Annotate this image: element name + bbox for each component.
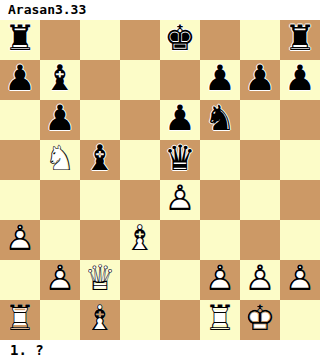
piece-black-king: ♚ bbox=[160, 20, 200, 60]
piece-white-king: ♚♔ bbox=[240, 300, 280, 340]
pawn-outline-glyph: ♙ bbox=[244, 258, 275, 298]
pawn-outline-glyph: ♙ bbox=[164, 178, 195, 218]
square-d6[interactable] bbox=[120, 100, 160, 140]
pawn-outline-glyph: ♙ bbox=[4, 218, 35, 258]
square-e8[interactable]: ♚ bbox=[160, 20, 200, 60]
square-f4[interactable] bbox=[200, 180, 240, 220]
piece-black-knight: ♞ bbox=[200, 100, 240, 140]
square-g6[interactable] bbox=[240, 100, 280, 140]
square-f5[interactable] bbox=[200, 140, 240, 180]
pawn-outline-glyph: ♙ bbox=[284, 258, 315, 298]
piece-black-bishop: ♝ bbox=[40, 60, 80, 100]
king-outline-glyph: ♔ bbox=[244, 298, 275, 338]
piece-black-pawn: ♟ bbox=[240, 60, 280, 100]
piece-white-bishop: ♝♗ bbox=[120, 220, 160, 260]
square-h5[interactable] bbox=[280, 140, 320, 180]
pawn-glyph: ♟ bbox=[284, 58, 315, 98]
rook-glyph: ♜ bbox=[284, 18, 315, 58]
chess-app-window: Arasan3.33 ♜♚♜♟♝♟♟♟♟♟♞♞♘♝♛♟♙♟♙♝♗♟♙♛♕♟♙♟♙… bbox=[0, 0, 320, 360]
square-c1[interactable]: ♝♗ bbox=[80, 300, 120, 340]
square-a4[interactable] bbox=[0, 180, 40, 220]
square-d4[interactable] bbox=[120, 180, 160, 220]
square-d2[interactable] bbox=[120, 260, 160, 300]
knight-outline-glyph: ♘ bbox=[44, 138, 75, 178]
piece-white-pawn: ♟♙ bbox=[40, 260, 80, 300]
piece-white-bishop: ♝♗ bbox=[80, 300, 120, 340]
pawn-outline-glyph: ♙ bbox=[204, 258, 235, 298]
rook-outline-glyph: ♖ bbox=[4, 298, 35, 338]
piece-black-queen: ♛ bbox=[160, 140, 200, 180]
square-c4[interactable] bbox=[80, 180, 120, 220]
square-e5[interactable]: ♛ bbox=[160, 140, 200, 180]
square-d1[interactable] bbox=[120, 300, 160, 340]
square-b1[interactable] bbox=[40, 300, 80, 340]
square-g5[interactable] bbox=[240, 140, 280, 180]
square-b6[interactable]: ♟ bbox=[40, 100, 80, 140]
bishop-glyph: ♝ bbox=[44, 58, 75, 98]
bishop-outline-glyph: ♗ bbox=[124, 218, 155, 258]
bishop-glyph: ♝ bbox=[84, 138, 115, 178]
piece-black-pawn: ♟ bbox=[160, 100, 200, 140]
pawn-glyph: ♟ bbox=[244, 58, 275, 98]
square-d5[interactable] bbox=[120, 140, 160, 180]
piece-white-pawn: ♟♙ bbox=[200, 260, 240, 300]
square-f8[interactable] bbox=[200, 20, 240, 60]
square-h3[interactable] bbox=[280, 220, 320, 260]
rook-outline-glyph: ♖ bbox=[204, 298, 235, 338]
pawn-glyph: ♟ bbox=[44, 98, 75, 138]
square-b8[interactable] bbox=[40, 20, 80, 60]
piece-black-pawn: ♟ bbox=[200, 60, 240, 100]
square-b5[interactable]: ♞♘ bbox=[40, 140, 80, 180]
square-h4[interactable] bbox=[280, 180, 320, 220]
piece-white-rook: ♜♖ bbox=[0, 300, 40, 340]
piece-white-knight: ♞♘ bbox=[40, 140, 80, 180]
square-c3[interactable] bbox=[80, 220, 120, 260]
bishop-outline-glyph: ♗ bbox=[84, 298, 115, 338]
square-a1[interactable]: ♜♖ bbox=[0, 300, 40, 340]
square-e3[interactable] bbox=[160, 220, 200, 260]
square-e1[interactable] bbox=[160, 300, 200, 340]
square-f2[interactable]: ♟♙ bbox=[200, 260, 240, 300]
piece-white-pawn: ♟♙ bbox=[0, 220, 40, 260]
piece-white-pawn: ♟♙ bbox=[160, 180, 200, 220]
square-h8[interactable]: ♜ bbox=[280, 20, 320, 60]
square-e2[interactable] bbox=[160, 260, 200, 300]
square-g7[interactable]: ♟ bbox=[240, 60, 280, 100]
piece-white-pawn: ♟♙ bbox=[240, 260, 280, 300]
square-d8[interactable] bbox=[120, 20, 160, 60]
piece-black-rook: ♜ bbox=[280, 20, 320, 60]
square-g3[interactable] bbox=[240, 220, 280, 260]
square-d7[interactable] bbox=[120, 60, 160, 100]
square-b4[interactable] bbox=[40, 180, 80, 220]
square-a7[interactable]: ♟ bbox=[0, 60, 40, 100]
square-f3[interactable] bbox=[200, 220, 240, 260]
move-prompt: 1. ? bbox=[0, 340, 320, 360]
piece-black-pawn: ♟ bbox=[40, 100, 80, 140]
chess-board: ♜♚♜♟♝♟♟♟♟♟♞♞♘♝♛♟♙♟♙♝♗♟♙♛♕♟♙♟♙♟♙♜♖♝♗♜♖♚♔ bbox=[0, 20, 320, 340]
knight-glyph: ♞ bbox=[204, 98, 235, 138]
queen-outline-glyph: ♕ bbox=[84, 258, 115, 298]
square-g8[interactable] bbox=[240, 20, 280, 60]
pawn-outline-glyph: ♙ bbox=[44, 258, 75, 298]
square-h1[interactable] bbox=[280, 300, 320, 340]
square-h7[interactable]: ♟ bbox=[280, 60, 320, 100]
square-a3[interactable]: ♟♙ bbox=[0, 220, 40, 260]
pawn-glyph: ♟ bbox=[4, 58, 35, 98]
piece-white-pawn: ♟♙ bbox=[280, 260, 320, 300]
square-c6[interactable] bbox=[80, 100, 120, 140]
square-a2[interactable] bbox=[0, 260, 40, 300]
piece-white-queen: ♛♕ bbox=[80, 260, 120, 300]
piece-white-rook: ♜♖ bbox=[200, 300, 240, 340]
square-c7[interactable] bbox=[80, 60, 120, 100]
square-f7[interactable]: ♟ bbox=[200, 60, 240, 100]
square-g4[interactable] bbox=[240, 180, 280, 220]
square-g2[interactable]: ♟♙ bbox=[240, 260, 280, 300]
piece-black-pawn: ♟ bbox=[0, 60, 40, 100]
square-h6[interactable] bbox=[280, 100, 320, 140]
square-a8[interactable]: ♜ bbox=[0, 20, 40, 60]
square-g1[interactable]: ♚♔ bbox=[240, 300, 280, 340]
square-d3[interactable]: ♝♗ bbox=[120, 220, 160, 260]
square-b3[interactable] bbox=[40, 220, 80, 260]
rook-glyph: ♜ bbox=[4, 18, 35, 58]
square-a6[interactable] bbox=[0, 100, 40, 140]
piece-black-pawn: ♟ bbox=[280, 60, 320, 100]
square-c2[interactable]: ♛♕ bbox=[80, 260, 120, 300]
window-title: Arasan3.33 bbox=[0, 0, 320, 20]
square-b2[interactable]: ♟♙ bbox=[40, 260, 80, 300]
square-a5[interactable] bbox=[0, 140, 40, 180]
pawn-glyph: ♟ bbox=[204, 58, 235, 98]
square-e6[interactable]: ♟ bbox=[160, 100, 200, 140]
queen-glyph: ♛ bbox=[164, 138, 195, 178]
piece-black-bishop: ♝ bbox=[80, 140, 120, 180]
square-c8[interactable] bbox=[80, 20, 120, 60]
square-c5[interactable]: ♝ bbox=[80, 140, 120, 180]
square-e7[interactable] bbox=[160, 60, 200, 100]
square-b7[interactable]: ♝ bbox=[40, 60, 80, 100]
square-f6[interactable]: ♞ bbox=[200, 100, 240, 140]
square-h2[interactable]: ♟♙ bbox=[280, 260, 320, 300]
square-e4[interactable]: ♟♙ bbox=[160, 180, 200, 220]
piece-black-rook: ♜ bbox=[0, 20, 40, 60]
square-f1[interactable]: ♜♖ bbox=[200, 300, 240, 340]
king-glyph: ♚ bbox=[164, 18, 195, 58]
pawn-glyph: ♟ bbox=[164, 98, 195, 138]
